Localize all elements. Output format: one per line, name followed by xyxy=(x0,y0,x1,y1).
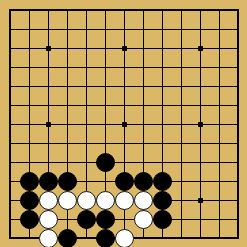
black-stone[interactable] xyxy=(115,172,134,191)
white-stone[interactable] xyxy=(77,191,96,210)
black-stone[interactable] xyxy=(39,172,58,191)
white-stone[interactable] xyxy=(39,191,58,210)
black-stone[interactable] xyxy=(96,153,115,172)
white-stone[interactable] xyxy=(134,191,153,210)
white-stone[interactable] xyxy=(39,210,58,229)
white-stone[interactable] xyxy=(39,229,58,247)
black-stone[interactable] xyxy=(134,172,153,191)
white-stone[interactable] xyxy=(134,210,153,229)
black-stone[interactable] xyxy=(58,229,77,247)
white-stone[interactable] xyxy=(115,229,134,247)
black-stone[interactable] xyxy=(77,210,96,229)
grid-line-vertical xyxy=(181,9,182,239)
star-point xyxy=(198,122,203,127)
black-stone[interactable] xyxy=(20,210,39,229)
black-stone[interactable] xyxy=(96,210,115,229)
black-stone[interactable] xyxy=(153,191,172,210)
star-point xyxy=(122,46,127,51)
star-point xyxy=(46,122,51,127)
star-point xyxy=(198,46,203,51)
white-stone[interactable] xyxy=(58,191,77,210)
black-stone[interactable] xyxy=(58,172,77,191)
star-point xyxy=(122,122,127,127)
star-point xyxy=(198,198,203,203)
go-board[interactable] xyxy=(0,0,247,247)
white-stone[interactable] xyxy=(115,191,134,210)
grid-line-horizontal xyxy=(9,162,239,163)
grid-line-vertical xyxy=(237,9,239,239)
black-stone[interactable] xyxy=(20,172,39,191)
black-stone[interactable] xyxy=(20,191,39,210)
grid-line-vertical xyxy=(219,9,220,239)
black-stone[interactable] xyxy=(153,210,172,229)
star-point xyxy=(46,46,51,51)
grid-line-horizontal xyxy=(9,143,239,144)
black-stone[interactable] xyxy=(153,172,172,191)
white-stone[interactable] xyxy=(96,191,115,210)
black-stone[interactable] xyxy=(96,229,115,247)
